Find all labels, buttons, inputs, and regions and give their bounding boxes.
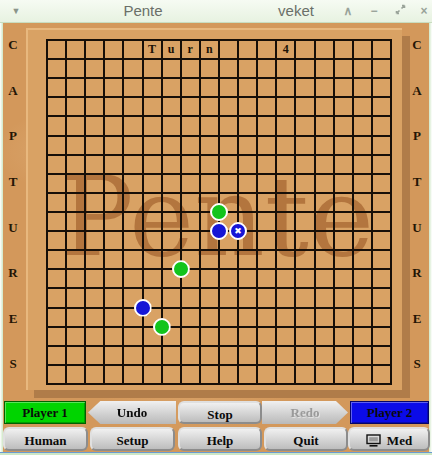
turn-cell-char: n (200, 40, 219, 58)
turn-cell-char: 4 (276, 40, 295, 58)
stone-green (210, 203, 228, 221)
captures-letter: P (407, 128, 427, 144)
minimize-icon[interactable]: − (365, 2, 383, 20)
player2-button[interactable]: Player 2 (350, 401, 429, 424)
captures-letter: T (3, 174, 23, 190)
setup-button[interactable]: Setup (90, 427, 175, 451)
stone-blue (134, 299, 152, 317)
grid-line-horizontal (46, 287, 392, 289)
computer-monitor-icon (366, 431, 381, 454)
captures-letter: U (3, 220, 23, 236)
help-button[interactable]: Help (178, 427, 262, 451)
grid-line-horizontal (46, 345, 392, 347)
pente-window: ▼ Pente veket ∧ − × Pente Turn4✖ CAPTURE… (0, 0, 432, 455)
shade-icon[interactable]: ∧ (339, 2, 357, 20)
redo-button[interactable]: Redo (262, 401, 348, 424)
captures-letter: S (407, 356, 427, 372)
window-menu-icon[interactable]: ▼ (8, 3, 24, 19)
stone-green (172, 260, 190, 278)
captures-letter: A (407, 83, 427, 99)
captures-letter: E (3, 311, 23, 327)
grid-line-horizontal (46, 326, 392, 328)
window-border-left (0, 22, 3, 455)
human-button[interactable]: Human (3, 427, 88, 451)
captures-letter: R (3, 265, 23, 281)
turn-cell-char: T (143, 40, 162, 58)
title-bar: ▼ Pente veket ∧ − × (0, 0, 432, 23)
grid-line-vertical (275, 39, 277, 385)
stone-blue-last-move: ✖ (229, 222, 247, 240)
grid-line-horizontal (46, 268, 392, 270)
captures-letter: T (407, 174, 427, 190)
captures-letter: P (3, 128, 23, 144)
grid-line-vertical (256, 39, 258, 385)
grid-line-vertical (294, 39, 296, 385)
captures-letter: R (407, 265, 427, 281)
captures-letter: U (407, 220, 427, 236)
difficulty-label: Med (387, 433, 412, 448)
grid-line-vertical (237, 39, 239, 385)
captures-letter: S (3, 356, 23, 372)
captures-letter: A (3, 83, 23, 99)
grid-line-vertical (333, 39, 335, 385)
grid-line-horizontal (46, 383, 392, 385)
grid-line-horizontal (46, 307, 392, 309)
difficulty-button[interactable]: Med (348, 427, 430, 451)
maximize-icon[interactable] (391, 2, 409, 20)
grid-line-vertical (314, 39, 316, 385)
captures-letter: C (3, 37, 23, 53)
turn-cell-char: u (162, 40, 181, 58)
window-title: Pente (103, 2, 183, 19)
window-user-label: veket (266, 2, 326, 19)
grid-line-vertical (371, 39, 373, 385)
grid-line-vertical (390, 39, 392, 385)
undo-button[interactable]: Undo (88, 401, 176, 424)
quit-button[interactable]: Quit (264, 427, 348, 451)
player1-button[interactable]: Player 1 (4, 401, 86, 424)
stone-green (153, 318, 171, 336)
board-area: Pente Turn4✖ CAPTURES CAPTURES (0, 22, 432, 452)
captures-letter: C (407, 37, 427, 53)
last-move-x-icon: ✖ (231, 224, 245, 238)
grid-line-vertical (352, 39, 354, 385)
button-bar: Player 1 Undo Stop Redo Player 2 Human S… (0, 400, 432, 452)
stop-button[interactable]: Stop (178, 401, 262, 424)
captures-letter: E (407, 311, 427, 327)
pente-board-grid[interactable]: Turn4✖ (46, 39, 392, 385)
turn-cell-char: r (181, 40, 200, 58)
grid-line-horizontal (46, 249, 392, 251)
grid-line-horizontal (46, 364, 392, 366)
close-icon[interactable]: × (415, 2, 432, 20)
stone-blue (210, 222, 228, 240)
